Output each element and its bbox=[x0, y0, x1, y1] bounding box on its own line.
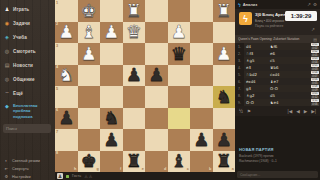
light-mode-button[interactable]: ◐Светлый режим bbox=[4, 158, 40, 163]
settings-button[interactable]: ⚙Настройки bbox=[4, 174, 31, 179]
square-h5[interactable]: 5 bbox=[55, 86, 78, 108]
square-a1[interactable]: ♜ bbox=[213, 0, 236, 22]
chess-app: ♟Играть◉Задачи◈Учеба◎Смотреть▤Новости◍Об… bbox=[0, 0, 320, 180]
move-number: 3. bbox=[235, 57, 244, 64]
white-move[interactable]: exd4 bbox=[244, 79, 268, 84]
move-row: 1.d4♞f60:010:02 bbox=[235, 43, 320, 50]
square-e1[interactable]: ♜ bbox=[123, 0, 146, 22]
move-number: 5. bbox=[235, 71, 244, 78]
move-nav: ½⚑|◀◀▶▶| bbox=[235, 106, 320, 116]
book-icon: ▤ bbox=[313, 37, 317, 42]
square-e4[interactable]: ♟ bbox=[123, 65, 146, 87]
white-rook-e1[interactable]: ♜ bbox=[123, 0, 146, 22]
square-f2[interactable]: ♟ bbox=[100, 22, 123, 44]
white-pawn-h2[interactable]: ♟ bbox=[55, 22, 78, 44]
first-move-button[interactable]: |◀ bbox=[287, 109, 292, 114]
diamond-icon: ◆ bbox=[4, 103, 10, 109]
white-king-g1[interactable]: ♚ bbox=[78, 0, 101, 22]
square-c6[interactable] bbox=[168, 108, 191, 130]
square-g6[interactable] bbox=[78, 108, 101, 130]
rank-label: 1 bbox=[56, 1, 58, 5]
white-time: 0:02 bbox=[311, 50, 318, 53]
square-h3[interactable]: 3 bbox=[55, 43, 78, 65]
square-b7[interactable]: ♟ bbox=[190, 129, 213, 151]
move-row: 9.O-O♞e40:110:06 bbox=[235, 99, 320, 106]
sidebar-item-learn[interactable]: ◈Учеба bbox=[4, 32, 27, 42]
black-move[interactable]: ♛b6 bbox=[268, 65, 292, 70]
resign-flag-button[interactable]: ⚑ bbox=[247, 109, 251, 114]
square-c5[interactable] bbox=[168, 86, 191, 108]
square-g8[interactable]: g♚ bbox=[78, 151, 101, 173]
square-b3[interactable] bbox=[190, 43, 213, 65]
move-times: 0:020:01 bbox=[292, 50, 320, 57]
square-a6[interactable] bbox=[213, 108, 236, 130]
square-e8[interactable]: e♜ bbox=[123, 151, 146, 173]
square-c2[interactable]: ♟ bbox=[168, 22, 191, 44]
move-number: 8. bbox=[235, 92, 244, 99]
square-a4[interactable] bbox=[213, 65, 236, 87]
square-g1[interactable]: ♚ bbox=[78, 0, 101, 22]
black-move[interactable]: d5 bbox=[268, 93, 292, 98]
square-f5[interactable] bbox=[100, 86, 123, 108]
move-times: 0:010:02 bbox=[292, 43, 320, 50]
move-times: 0:080:09 bbox=[292, 85, 320, 92]
square-e2[interactable]: ♛ bbox=[123, 22, 146, 44]
move-times: 0:040:07 bbox=[292, 71, 320, 78]
white-queen-e2[interactable]: ♛ bbox=[123, 22, 146, 44]
square-b8[interactable]: b bbox=[190, 151, 213, 173]
square-a2[interactable] bbox=[213, 22, 236, 44]
white-time: 0:04 bbox=[311, 71, 318, 74]
white-knight-h4[interactable]: ♞ bbox=[55, 65, 78, 87]
pause-rating-link[interactable]: Пауза на рейтинге bbox=[255, 24, 283, 28]
avatar[interactable]: ♟ bbox=[57, 173, 63, 179]
white-move[interactable]: ♘bd2 bbox=[244, 72, 268, 77]
move-row: 4.e3♛b60:050:03 bbox=[235, 64, 320, 71]
square-d5[interactable] bbox=[145, 86, 168, 108]
chat-line-2: Rachmaninov (1908) · 0–1 bbox=[239, 159, 317, 163]
panel-top-bar: ϟ Анализ ↗ ⚙ bbox=[235, 0, 320, 9]
move-times: 0:110:06 bbox=[292, 99, 320, 106]
move-number: 7. bbox=[235, 85, 244, 92]
collapse-label: Свернуть bbox=[12, 167, 29, 171]
black-move[interactable]: c5 bbox=[268, 58, 292, 63]
square-c7[interactable] bbox=[168, 129, 191, 151]
black-move[interactable]: ♞e4 bbox=[268, 100, 292, 105]
sidebar-item-play[interactable]: ♟Играть bbox=[4, 4, 29, 14]
last-move-button[interactable]: ▶| bbox=[311, 109, 316, 114]
trial-label: Бесплатная пробная подписка bbox=[13, 103, 47, 119]
move-number: 1. bbox=[235, 43, 244, 50]
black-king-g8[interactable]: ♚ bbox=[78, 151, 101, 173]
white-move[interactable]: ♗g5 bbox=[244, 58, 268, 63]
square-f6[interactable]: ♞ bbox=[100, 108, 123, 130]
move-number: 2. bbox=[235, 50, 244, 57]
move-times: 0:030:04 bbox=[292, 57, 320, 64]
black-pawn-e4[interactable]: ♟ bbox=[123, 65, 146, 87]
settings-icon: ⚙ bbox=[4, 174, 9, 179]
black-move[interactable]: ♞f6 bbox=[268, 44, 292, 49]
rank-label: 8 bbox=[56, 151, 58, 155]
tournament-name[interactable]: 3|0 Блиц Арена bbox=[255, 12, 288, 17]
square-b1[interactable] bbox=[190, 0, 213, 22]
chat-placeholder: Сообщение… bbox=[240, 173, 261, 177]
light-mode-icon: ◐ bbox=[4, 158, 9, 163]
arena-bolt-icon: ϟ bbox=[238, 2, 241, 8]
tournament-avatar[interactable]: ϟ bbox=[239, 12, 252, 25]
tournament-clock: 1:39:29 bbox=[285, 11, 317, 21]
square-f7[interactable]: ♟ bbox=[100, 129, 123, 151]
sidebar-item-label: Новости bbox=[13, 63, 33, 68]
white-pawn-c2[interactable]: ♟ bbox=[168, 22, 191, 44]
square-d6[interactable] bbox=[145, 108, 168, 130]
file-label: f bbox=[120, 167, 121, 171]
prev-move-button[interactable]: ◀ bbox=[296, 109, 300, 114]
square-b5[interactable] bbox=[190, 86, 213, 108]
white-pawn-a3[interactable]: ♟ bbox=[213, 43, 236, 65]
black-pawn-f7[interactable]: ♟ bbox=[100, 129, 123, 151]
square-g2[interactable]: ♝ bbox=[78, 22, 101, 44]
move-number: 4. bbox=[235, 64, 244, 71]
player-name: Гость bbox=[72, 174, 81, 178]
square-e6[interactable] bbox=[123, 108, 146, 130]
collapse-icon: ⇤ bbox=[4, 166, 9, 171]
sidebar-item-puzzles[interactable]: ◉Задачи bbox=[4, 18, 30, 28]
move-row: 3.♗g5c50:030:04 bbox=[235, 57, 320, 64]
square-c4[interactable] bbox=[168, 65, 191, 87]
light-mode-label: Светлый режим bbox=[12, 159, 40, 163]
search-placeholder: Поиск bbox=[6, 126, 17, 131]
square-h1[interactable]: 1 bbox=[55, 0, 78, 22]
settings-label: Настройки bbox=[12, 175, 31, 179]
black-pawn-a7[interactable]: ♟ bbox=[213, 129, 236, 151]
sidebar-item-label: Ещё bbox=[13, 91, 23, 96]
square-f4[interactable] bbox=[100, 65, 123, 87]
square-g5[interactable] bbox=[78, 86, 101, 108]
watch-icon: ◎ bbox=[4, 48, 10, 54]
move-row: 8.♗g2d50:050:12 bbox=[235, 92, 320, 99]
news-icon: ▤ bbox=[4, 62, 10, 68]
move-number: 9. bbox=[235, 99, 244, 106]
white-time: 0:01 bbox=[311, 43, 318, 46]
sidebar-item-label: Задачи bbox=[13, 21, 30, 26]
square-e3[interactable] bbox=[123, 43, 146, 65]
play-icon: ♟ bbox=[4, 6, 10, 12]
square-e7[interactable] bbox=[123, 129, 146, 151]
chat-input[interactable]: Сообщение… bbox=[237, 171, 318, 178]
chess-board[interactable]: 1♚♜♜2♟♝♟♛♟3♟♛♟4♞♟♟5♞6♟♞7♟♟♟8hg♚fe♜dc♝ba♜ bbox=[55, 0, 235, 172]
puzzles-icon: ◉ bbox=[4, 20, 10, 26]
white-move[interactable]: d4 bbox=[244, 44, 268, 49]
rank-label: 7 bbox=[56, 130, 58, 134]
rank-label: 3 bbox=[56, 44, 58, 48]
rank-label: 5 bbox=[56, 87, 58, 91]
file-label: h bbox=[74, 167, 76, 171]
sidebar-item-social[interactable]: ◍Общение bbox=[4, 74, 35, 84]
sidebar-item-label: Играть bbox=[13, 7, 29, 12]
square-f8[interactable]: f bbox=[100, 151, 123, 173]
tab-analysis[interactable]: Анализ bbox=[243, 2, 258, 7]
black-rook-a8[interactable]: ♜ bbox=[213, 151, 236, 173]
white-move[interactable]: e3 bbox=[244, 65, 268, 70]
search-input[interactable]: Поиск bbox=[3, 124, 51, 133]
black-move[interactable]: e6 bbox=[268, 51, 292, 56]
move-row: 2.♘f3e60:020:01 bbox=[235, 50, 320, 57]
square-d1[interactable] bbox=[145, 0, 168, 22]
sidebar: ♟Играть◉Задачи◈Учеба◎Смотреть▤Новости◍Об… bbox=[0, 0, 55, 180]
black-queen-c3[interactable]: ♛ bbox=[168, 43, 191, 65]
next-move-button[interactable]: ▶ bbox=[304, 109, 308, 114]
black-move[interactable]: O-O bbox=[268, 86, 292, 91]
black-move[interactable]: cxd4 bbox=[268, 72, 292, 77]
square-c8[interactable]: c♝ bbox=[168, 151, 191, 173]
square-a8[interactable]: a♜ bbox=[213, 151, 236, 173]
square-b4[interactable] bbox=[190, 65, 213, 87]
square-c1[interactable] bbox=[168, 0, 191, 22]
white-move[interactable]: ♗g2 bbox=[244, 93, 268, 98]
white-pawn-g3[interactable]: ♟ bbox=[78, 43, 101, 65]
square-a3[interactable]: ♟ bbox=[213, 43, 236, 65]
square-a5[interactable]: ♞ bbox=[213, 86, 236, 108]
file-label: d bbox=[164, 167, 166, 171]
square-d8[interactable]: d bbox=[145, 151, 168, 173]
black-pawn-b7[interactable]: ♟ bbox=[190, 129, 213, 151]
tournament-card: ϟ 3|0 Блиц Арена Блиц • 400 игроков Пауз… bbox=[235, 9, 320, 35]
white-time: 0:03 bbox=[311, 57, 318, 60]
sidebar-item-watch[interactable]: ◎Смотреть bbox=[4, 46, 36, 56]
black-pawn-h6[interactable]: ♟ bbox=[55, 108, 78, 130]
square-b6[interactable] bbox=[190, 108, 213, 130]
square-h8[interactable]: 8h bbox=[55, 151, 78, 173]
move-times: 0:050:03 bbox=[292, 64, 320, 71]
square-b2[interactable] bbox=[190, 22, 213, 44]
black-pawn-d4[interactable]: ♟ bbox=[145, 65, 168, 87]
sidebar-item-more[interactable]: •••Ещё bbox=[4, 88, 23, 98]
chat-line-1: Backrank (1979) против bbox=[239, 154, 317, 158]
square-d2[interactable] bbox=[145, 22, 168, 44]
chat-area: НОВАЯ ПАРТИЯ Backrank (1979) против Rach… bbox=[235, 116, 320, 180]
trial-banner[interactable]: ◆ Бесплатная пробная подписка bbox=[4, 103, 50, 119]
white-move[interactable]: g3 bbox=[244, 86, 268, 91]
sidebar-item-label: Учеба bbox=[13, 35, 27, 40]
white-bishop-g2[interactable]: ♝ bbox=[78, 22, 101, 44]
white-time: 0:11 bbox=[311, 99, 318, 102]
opening-bar[interactable]: Queen's Pawn Opening: Zukertort Variatio… bbox=[235, 35, 320, 43]
draw-offer-button[interactable]: ½ bbox=[239, 109, 243, 114]
tournament-subtitle: Блиц • 400 игроков bbox=[255, 19, 284, 23]
share-arrow-icon[interactable]: ↗ bbox=[311, 27, 315, 32]
square-h6[interactable]: 6♟ bbox=[55, 108, 78, 130]
square-d3[interactable] bbox=[145, 43, 168, 65]
square-g7[interactable] bbox=[78, 129, 101, 151]
square-h2[interactable]: 2♟ bbox=[55, 22, 78, 44]
sidebar-item-news[interactable]: ▤Новости bbox=[4, 60, 33, 70]
bottom-player-bar: ♟ Гость ♙ ♙ bbox=[55, 172, 235, 180]
collapse-button[interactable]: ⇤Свернуть bbox=[4, 166, 29, 171]
social-icon: ◍ bbox=[4, 76, 10, 82]
black-knight-a5[interactable]: ♞ bbox=[213, 86, 236, 108]
square-c3[interactable]: ♛ bbox=[168, 43, 191, 65]
square-d4[interactable]: ♟ bbox=[145, 65, 168, 87]
white-pawn-f2[interactable]: ♟ bbox=[100, 22, 123, 44]
new-game-header: НОВАЯ ПАРТИЯ bbox=[239, 147, 274, 152]
square-h4[interactable]: 4♞ bbox=[55, 65, 78, 87]
learn-icon: ◈ bbox=[4, 34, 10, 40]
opening-name: Queen's Pawn Opening: Zukertort Variatio… bbox=[238, 37, 311, 41]
move-row: 7.g3O-O0:080:09 bbox=[235, 85, 320, 92]
move-number: 6. bbox=[235, 78, 244, 85]
white-time: 0:06 bbox=[311, 78, 318, 81]
white-time: 0:05 bbox=[311, 92, 318, 95]
black-knight-f6[interactable]: ♞ bbox=[100, 108, 123, 130]
square-h7[interactable]: 7 bbox=[55, 129, 78, 151]
black-move[interactable]: ♝e7 bbox=[268, 79, 292, 84]
game-panel: ϟ Анализ ↗ ⚙ ϟ 3|0 Блиц Арена Блиц • 400… bbox=[235, 0, 320, 180]
white-move[interactable]: O-O bbox=[244, 100, 268, 105]
square-e5[interactable] bbox=[123, 86, 146, 108]
move-times: 0:060:05 bbox=[292, 78, 320, 85]
white-rook-a1[interactable]: ♜ bbox=[213, 0, 236, 22]
more-icon: ••• bbox=[4, 90, 10, 96]
white-time: 0:08 bbox=[311, 85, 318, 88]
online-indicator bbox=[66, 175, 69, 178]
square-d7[interactable] bbox=[145, 129, 168, 151]
black-bishop-c8[interactable]: ♝ bbox=[168, 151, 191, 173]
sidebar-item-label: Смотреть bbox=[13, 49, 36, 54]
file-label: b bbox=[209, 167, 211, 171]
move-times: 0:050:12 bbox=[292, 92, 320, 99]
white-time: 0:05 bbox=[311, 64, 318, 67]
square-g3[interactable]: ♟ bbox=[78, 43, 101, 65]
square-f1[interactable] bbox=[100, 0, 123, 22]
white-move[interactable]: ♘f3 bbox=[244, 51, 268, 56]
captured-pieces: ♙ ♙ bbox=[84, 174, 92, 179]
black-rook-e8[interactable]: ♜ bbox=[123, 151, 146, 173]
square-f3[interactable] bbox=[100, 43, 123, 65]
share-icon[interactable]: ↗ bbox=[307, 2, 311, 7]
move-row: 5.♘bd2cxd40:040:07 bbox=[235, 71, 320, 78]
move-list: 1.d4♞f60:010:022.♘f3e60:020:013.♗g5c50:0… bbox=[235, 43, 320, 106]
square-a7[interactable]: ♟ bbox=[213, 129, 236, 151]
move-row: 6.exd4♝e70:060:05 bbox=[235, 78, 320, 85]
square-g4[interactable] bbox=[78, 65, 101, 87]
gear-icon[interactable]: ⚙ bbox=[313, 2, 317, 7]
sidebar-item-label: Общение bbox=[13, 77, 35, 82]
